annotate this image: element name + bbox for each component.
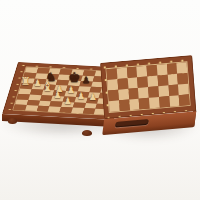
chess-set-product-photo: ♞♚♟♜♟♝♟♟♟♟♟♟ [0,0,200,200]
board-foot-right [82,130,92,136]
carry-handle-recess-icon [115,119,149,127]
folded-case-lid-squares [106,61,191,113]
board-foot-left [8,118,17,124]
case-lid-square [179,94,190,106]
folded-case-lid [100,55,196,119]
